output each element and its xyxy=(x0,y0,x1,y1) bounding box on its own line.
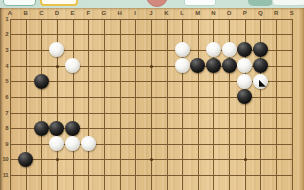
stone-white-D3 xyxy=(49,42,64,57)
column-label-S: S xyxy=(290,10,294,16)
grid-vline-A xyxy=(10,19,11,190)
stone-black-B10 xyxy=(18,152,33,167)
grid-hline-7 xyxy=(10,113,293,114)
star-point-D10 xyxy=(56,158,59,161)
stone-black-P3 xyxy=(237,42,252,57)
column-label-C: C xyxy=(39,10,43,16)
stone-white-O3 xyxy=(222,42,237,57)
column-label-O: O xyxy=(227,10,232,16)
grid-vline-I xyxy=(135,19,136,190)
grid-vline-M xyxy=(198,19,199,190)
stone-white-N3 xyxy=(206,42,221,57)
column-label-I: I xyxy=(134,10,136,16)
column-label-F: F xyxy=(86,10,90,16)
column-label-B: B xyxy=(23,10,27,16)
column-label-J: J xyxy=(149,10,152,16)
stone-black-Q4 xyxy=(253,58,268,73)
stone-white-E4 xyxy=(65,58,80,73)
grid-vline-F xyxy=(88,19,89,190)
toolbar-button-white-right[interactable] xyxy=(272,0,304,6)
grid-vline-S xyxy=(292,19,293,190)
column-label-Q: Q xyxy=(258,10,263,16)
toolbar-button-teal-outline[interactable] xyxy=(3,0,36,6)
stone-white-F9 xyxy=(81,136,96,151)
grid-vline-H xyxy=(120,19,121,190)
column-label-K: K xyxy=(164,10,168,16)
stone-black-C8 xyxy=(34,121,49,136)
grid-vline-E xyxy=(73,19,74,190)
toolbar-button-white-left[interactable] xyxy=(184,0,216,6)
stone-black-O4 xyxy=(222,58,237,73)
grid-vline-J xyxy=(151,19,152,190)
column-label-E: E xyxy=(71,10,75,16)
grid-hline-11 xyxy=(10,175,293,176)
stone-black-P6 xyxy=(237,89,252,104)
column-label-P: P xyxy=(243,10,247,16)
toolbar-button-yellow-outline[interactable] xyxy=(40,0,78,6)
stone-black-D8 xyxy=(49,121,64,136)
board-right-edge-shadow xyxy=(300,8,304,190)
column-label-A: A xyxy=(8,10,12,16)
stone-white-L4 xyxy=(175,58,190,73)
go-board[interactable]: ABCDEFGHIJKLMNOPQRS 1234567891011 xyxy=(0,8,304,190)
toolbar-pill-dark-teal[interactable] xyxy=(248,0,273,6)
red-circle-badge-icon[interactable] xyxy=(146,0,168,7)
stone-white-Q5 xyxy=(253,74,268,89)
stone-black-N4 xyxy=(206,58,221,73)
grid-hline-1 xyxy=(10,19,293,20)
column-label-H: H xyxy=(117,10,121,16)
stone-black-M4 xyxy=(190,58,205,73)
stone-white-L3 xyxy=(175,42,190,57)
last-move-triangle-marker xyxy=(259,80,266,87)
stone-white-P4 xyxy=(237,58,252,73)
top-toolbar xyxy=(0,0,304,8)
column-label-R: R xyxy=(274,10,278,16)
column-label-G: G xyxy=(102,10,107,16)
stone-black-E8 xyxy=(65,121,80,136)
grid-vline-C xyxy=(41,19,42,190)
grid-hline-2 xyxy=(10,34,293,35)
grid-vline-G xyxy=(104,19,105,190)
column-label-M: M xyxy=(195,10,200,16)
stone-black-C5 xyxy=(34,74,49,89)
column-label-D: D xyxy=(55,10,59,16)
stone-white-E9 xyxy=(65,136,80,151)
stone-white-D9 xyxy=(49,136,64,151)
star-point-D4 xyxy=(56,65,59,68)
stone-black-Q3 xyxy=(253,42,268,57)
grid-vline-K xyxy=(167,19,168,190)
grid-vline-R xyxy=(276,19,277,190)
column-label-L: L xyxy=(180,10,184,16)
column-label-N: N xyxy=(211,10,215,16)
board-left-edge-shadow xyxy=(0,8,3,190)
go-app-window: ABCDEFGHIJKLMNOPQRS 1234567891011 xyxy=(0,0,304,190)
stone-white-P5 xyxy=(237,74,252,89)
star-point-J4 xyxy=(150,65,153,68)
